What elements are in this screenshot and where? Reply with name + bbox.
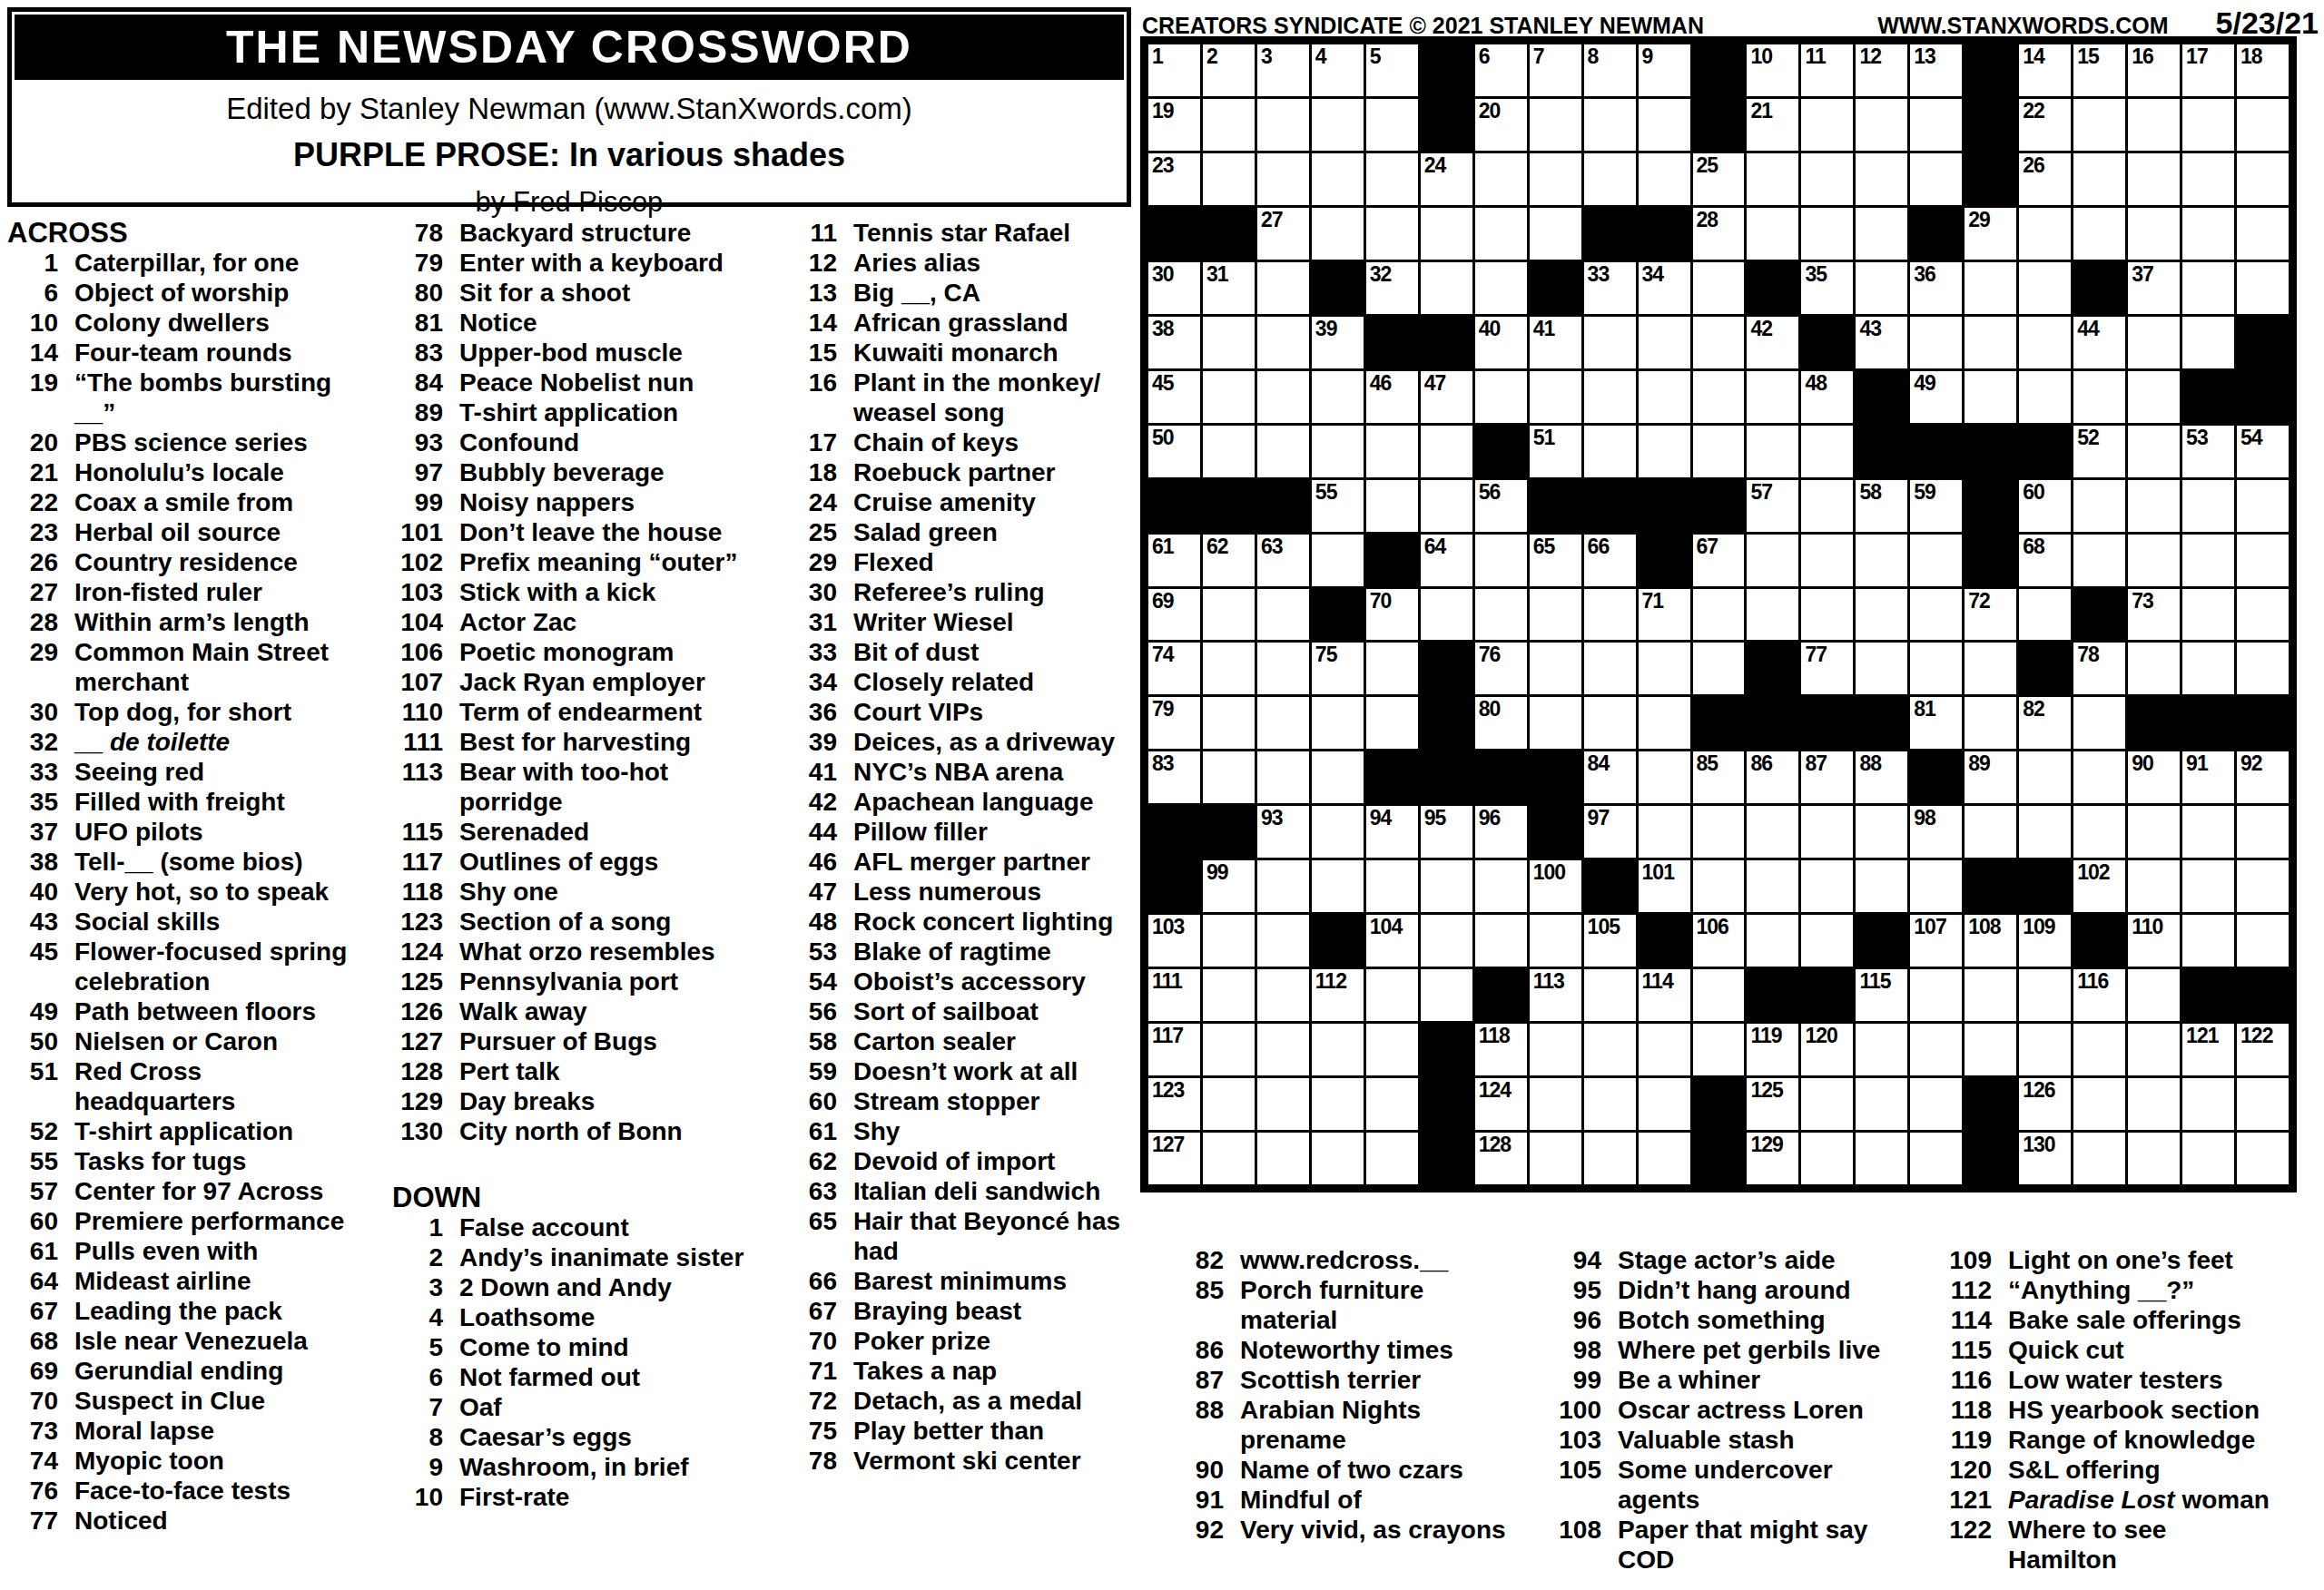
- grid-cell[interactable]: [1584, 589, 1636, 641]
- grid-cell[interactable]: [1801, 806, 1853, 858]
- grid-cell[interactable]: 122: [2237, 1024, 2289, 1075]
- grid-cell[interactable]: 28: [1693, 208, 1745, 260]
- grid-cell[interactable]: [2182, 262, 2234, 314]
- grid-cell[interactable]: [1421, 860, 1472, 912]
- grid-cell[interactable]: 56: [1475, 480, 1527, 532]
- grid-cell[interactable]: 30: [1148, 262, 1200, 314]
- grid-cell[interactable]: [2128, 806, 2180, 858]
- grid-cell[interactable]: 82: [2019, 697, 2071, 749]
- grid-cell[interactable]: [1965, 317, 2016, 368]
- grid-cell[interactable]: [1530, 1133, 1581, 1184]
- grid-cell[interactable]: 74: [1148, 643, 1200, 694]
- grid-cell[interactable]: 119: [1747, 1024, 1798, 1075]
- grid-cell[interactable]: 58: [1856, 480, 1907, 532]
- grid-cell[interactable]: 83: [1148, 751, 1200, 803]
- grid-cell[interactable]: [1856, 99, 1907, 151]
- grid-cell[interactable]: [1366, 969, 1418, 1021]
- grid-cell[interactable]: [1639, 806, 1690, 858]
- grid-cell[interactable]: [1203, 371, 1255, 423]
- grid-cell[interactable]: 47: [1421, 371, 1472, 423]
- grid-cell[interactable]: [1747, 806, 1798, 858]
- grid-cell[interactable]: [2019, 806, 2071, 858]
- grid-cell[interactable]: 21: [1747, 99, 1798, 151]
- grid-cell[interactable]: [1475, 153, 1527, 205]
- grid-cell[interactable]: [2019, 317, 2071, 368]
- grid-cell[interactable]: [2237, 535, 2289, 586]
- grid-cell[interactable]: [1203, 1024, 1255, 1075]
- grid-cell[interactable]: [1856, 1078, 1907, 1130]
- grid-cell[interactable]: [2073, 153, 2125, 205]
- grid-cell[interactable]: [1584, 153, 1636, 205]
- grid-cell[interactable]: [1366, 480, 1418, 532]
- grid-cell[interactable]: [1366, 643, 1418, 694]
- grid-cell[interactable]: [2019, 969, 2071, 1021]
- grid-cell[interactable]: [1257, 915, 1309, 967]
- grid-cell[interactable]: [2182, 153, 2234, 205]
- grid-cell[interactable]: [1257, 860, 1309, 912]
- grid-cell[interactable]: [2182, 806, 2234, 858]
- grid-cell[interactable]: [1856, 806, 1907, 858]
- grid-cell[interactable]: 93: [1257, 806, 1309, 858]
- grid-cell[interactable]: [1475, 535, 1527, 586]
- grid-cell[interactable]: 57: [1747, 480, 1798, 532]
- grid-cell[interactable]: 27: [1257, 208, 1309, 260]
- grid-cell[interactable]: [1856, 1024, 1907, 1075]
- grid-cell[interactable]: [1639, 1133, 1690, 1184]
- grid-cell[interactable]: [1366, 1078, 1418, 1130]
- grid-cell[interactable]: 64: [1421, 535, 1472, 586]
- grid-cell[interactable]: 7: [1530, 44, 1581, 96]
- grid-cell[interactable]: [1693, 317, 1745, 368]
- grid-cell[interactable]: [1910, 1133, 1962, 1184]
- grid-cell[interactable]: 67: [1693, 535, 1745, 586]
- grid-cell[interactable]: [1747, 535, 1798, 586]
- grid-cell[interactable]: [1584, 643, 1636, 694]
- grid-cell[interactable]: [1747, 860, 1798, 912]
- grid-cell[interactable]: 94: [1366, 806, 1418, 858]
- grid-cell[interactable]: [2073, 535, 2125, 586]
- grid-cell[interactable]: 24: [1421, 153, 1472, 205]
- grid-cell[interactable]: [2073, 1024, 2125, 1075]
- grid-cell[interactable]: [1366, 697, 1418, 749]
- grid-cell[interactable]: [1257, 969, 1309, 1021]
- grid-cell[interactable]: [2128, 1078, 2180, 1130]
- grid-cell[interactable]: 117: [1148, 1024, 1200, 1075]
- grid-cell[interactable]: [2182, 589, 2234, 641]
- grid-cell[interactable]: [1203, 99, 1255, 151]
- grid-cell[interactable]: 15: [2073, 44, 2125, 96]
- grid-cell[interactable]: [1965, 262, 2016, 314]
- grid-cell[interactable]: [1856, 589, 1907, 641]
- grid-cell[interactable]: [1312, 697, 1364, 749]
- grid-cell[interactable]: [1530, 371, 1581, 423]
- grid-cell[interactable]: [1257, 426, 1309, 477]
- grid-cell[interactable]: [1366, 99, 1418, 151]
- grid-cell[interactable]: [1203, 751, 1255, 803]
- grid-cell[interactable]: [1801, 535, 1853, 586]
- grid-cell[interactable]: 102: [2073, 860, 2125, 912]
- grid-cell[interactable]: 37: [2128, 262, 2180, 314]
- grid-cell[interactable]: [1856, 860, 1907, 912]
- grid-cell[interactable]: [1910, 317, 1962, 368]
- grid-cell[interactable]: [1639, 1024, 1690, 1075]
- grid-cell[interactable]: 65: [1530, 535, 1581, 586]
- grid-cell[interactable]: 84: [1584, 751, 1636, 803]
- grid-cell[interactable]: [1203, 589, 1255, 641]
- grid-cell[interactable]: 113: [1530, 969, 1581, 1021]
- grid-cell[interactable]: [1312, 371, 1364, 423]
- grid-cell[interactable]: 116: [2073, 969, 2125, 1021]
- grid-cell[interactable]: [1856, 1133, 1907, 1184]
- grid-cell[interactable]: 44: [2073, 317, 2125, 368]
- grid-cell[interactable]: [1366, 860, 1418, 912]
- grid-cell[interactable]: [1965, 969, 2016, 1021]
- grid-cell[interactable]: 87: [1801, 751, 1853, 803]
- grid-cell[interactable]: [1801, 1133, 1853, 1184]
- grid-cell[interactable]: [1530, 589, 1581, 641]
- grid-cell[interactable]: [1475, 589, 1527, 641]
- grid-cell[interactable]: 90: [2128, 751, 2180, 803]
- grid-cell[interactable]: 22: [2019, 99, 2071, 151]
- grid-cell[interactable]: [1584, 99, 1636, 151]
- grid-cell[interactable]: 89: [1965, 751, 2016, 803]
- grid-cell[interactable]: [1801, 589, 1853, 641]
- grid-cell[interactable]: [2128, 426, 2180, 477]
- grid-cell[interactable]: 111: [1148, 969, 1200, 1021]
- grid-cell[interactable]: [1639, 153, 1690, 205]
- grid-cell[interactable]: 1: [1148, 44, 1200, 96]
- grid-cell[interactable]: [2128, 317, 2180, 368]
- grid-cell[interactable]: [1421, 208, 1472, 260]
- grid-cell[interactable]: [1965, 1024, 2016, 1075]
- grid-cell[interactable]: [1203, 969, 1255, 1021]
- grid-cell[interactable]: [1312, 860, 1364, 912]
- grid-cell[interactable]: 52: [2073, 426, 2125, 477]
- grid-cell[interactable]: [2128, 99, 2180, 151]
- grid-cell[interactable]: 32: [1366, 262, 1418, 314]
- grid-cell[interactable]: 121: [2182, 1024, 2234, 1075]
- grid-cell[interactable]: [2182, 1078, 2234, 1130]
- grid-cell[interactable]: [2237, 643, 2289, 694]
- grid-cell[interactable]: [2128, 208, 2180, 260]
- grid-cell[interactable]: 31: [1203, 262, 1255, 314]
- grid-cell[interactable]: 106: [1693, 915, 1745, 967]
- grid-cell[interactable]: [1801, 860, 1853, 912]
- grid-cell[interactable]: 34: [1639, 262, 1690, 314]
- grid-cell[interactable]: 97: [1584, 806, 1636, 858]
- grid-cell[interactable]: 33: [1584, 262, 1636, 314]
- grid-cell[interactable]: [1801, 153, 1853, 205]
- grid-cell[interactable]: [1910, 860, 1962, 912]
- grid-cell[interactable]: [1312, 751, 1364, 803]
- grid-cell[interactable]: 26: [2019, 153, 2071, 205]
- grid-cell[interactable]: 101: [1639, 860, 1690, 912]
- grid-cell[interactable]: [1910, 1024, 1962, 1075]
- grid-cell[interactable]: [2073, 371, 2125, 423]
- grid-cell[interactable]: [1693, 806, 1745, 858]
- grid-cell[interactable]: 6: [1475, 44, 1527, 96]
- grid-cell[interactable]: 14: [2019, 44, 2071, 96]
- grid-cell[interactable]: [2237, 1133, 2289, 1184]
- grid-cell[interactable]: 125: [1747, 1078, 1798, 1130]
- grid-cell[interactable]: [1747, 153, 1798, 205]
- grid-cell[interactable]: [2073, 1078, 2125, 1130]
- grid-cell[interactable]: 20: [1475, 99, 1527, 151]
- grid-cell[interactable]: [1421, 426, 1472, 477]
- grid-cell[interactable]: [1257, 317, 1309, 368]
- grid-cell[interactable]: 8: [1584, 44, 1636, 96]
- grid-cell[interactable]: [1965, 806, 2016, 858]
- grid-cell[interactable]: [1910, 1078, 1962, 1130]
- grid-cell[interactable]: [2237, 153, 2289, 205]
- grid-cell[interactable]: [2073, 480, 2125, 532]
- grid-cell[interactable]: [1910, 643, 1962, 694]
- grid-cell[interactable]: [1856, 208, 1907, 260]
- grid-cell[interactable]: [1584, 1078, 1636, 1130]
- grid-cell[interactable]: 95: [1421, 806, 1472, 858]
- grid-cell[interactable]: [2182, 860, 2234, 912]
- grid-cell[interactable]: [2182, 535, 2234, 586]
- grid-cell[interactable]: [2182, 480, 2234, 532]
- grid-cell[interactable]: [2128, 643, 2180, 694]
- grid-cell[interactable]: 38: [1148, 317, 1200, 368]
- grid-cell[interactable]: [1693, 643, 1745, 694]
- grid-cell[interactable]: [1257, 99, 1309, 151]
- grid-cell[interactable]: 73: [2128, 589, 2180, 641]
- grid-cell[interactable]: 53: [2182, 426, 2234, 477]
- grid-cell[interactable]: [1530, 1024, 1581, 1075]
- grid-cell[interactable]: [2019, 262, 2071, 314]
- grid-cell[interactable]: 48: [1801, 371, 1853, 423]
- grid-cell[interactable]: [1366, 208, 1418, 260]
- grid-cell[interactable]: 103: [1148, 915, 1200, 967]
- grid-cell[interactable]: [1312, 153, 1364, 205]
- grid-cell[interactable]: 110: [2128, 915, 2180, 967]
- grid-cell[interactable]: [1257, 1133, 1309, 1184]
- grid-cell[interactable]: [1747, 426, 1798, 477]
- grid-cell[interactable]: 98: [1910, 806, 1962, 858]
- grid-cell[interactable]: [1801, 208, 1853, 260]
- grid-cell[interactable]: 120: [1801, 1024, 1853, 1075]
- grid-cell[interactable]: [1421, 969, 1472, 1021]
- grid-cell[interactable]: 41: [1530, 317, 1581, 368]
- grid-cell[interactable]: [2128, 1133, 2180, 1184]
- grid-cell[interactable]: [1203, 426, 1255, 477]
- grid-cell[interactable]: 126: [2019, 1078, 2071, 1130]
- grid-cell[interactable]: [2182, 643, 2234, 694]
- grid-cell[interactable]: [1801, 1078, 1853, 1130]
- grid-cell[interactable]: [2073, 99, 2125, 151]
- grid-cell[interactable]: [1475, 915, 1527, 967]
- grid-cell[interactable]: [1203, 153, 1255, 205]
- grid-cell[interactable]: [1584, 969, 1636, 1021]
- grid-cell[interactable]: [1312, 806, 1364, 858]
- grid-cell[interactable]: 62: [1203, 535, 1255, 586]
- grid-cell[interactable]: [2019, 751, 2071, 803]
- grid-cell[interactable]: 46: [1366, 371, 1418, 423]
- grid-cell[interactable]: [1312, 1078, 1364, 1130]
- grid-cell[interactable]: [1965, 697, 2016, 749]
- grid-cell[interactable]: 96: [1475, 806, 1527, 858]
- grid-cell[interactable]: 39: [1312, 317, 1364, 368]
- grid-cell[interactable]: 104: [1366, 915, 1418, 967]
- grid-cell[interactable]: [1366, 1024, 1418, 1075]
- grid-cell[interactable]: [2128, 1024, 2180, 1075]
- grid-cell[interactable]: [1747, 589, 1798, 641]
- grid-cell[interactable]: 4: [1312, 44, 1364, 96]
- grid-cell[interactable]: [1257, 1078, 1309, 1130]
- grid-cell[interactable]: [2182, 317, 2234, 368]
- grid-cell[interactable]: 75: [1312, 643, 1364, 694]
- grid-cell[interactable]: 50: [1148, 426, 1200, 477]
- grid-cell[interactable]: 12: [1856, 44, 1907, 96]
- grid-cell[interactable]: [1530, 915, 1581, 967]
- grid-cell[interactable]: [1639, 426, 1690, 477]
- grid-cell[interactable]: 54: [2237, 426, 2289, 477]
- grid-cell[interactable]: [1910, 153, 1962, 205]
- grid-cell[interactable]: [1257, 697, 1309, 749]
- grid-cell[interactable]: 124: [1475, 1078, 1527, 1130]
- grid-cell[interactable]: [2237, 915, 2289, 967]
- grid-cell[interactable]: 66: [1584, 535, 1636, 586]
- grid-cell[interactable]: [1421, 480, 1472, 532]
- grid-cell[interactable]: 100: [1530, 860, 1581, 912]
- grid-cell[interactable]: [1801, 915, 1853, 967]
- grid-cell[interactable]: [1530, 1078, 1581, 1130]
- grid-cell[interactable]: [2073, 697, 2125, 749]
- grid-cell[interactable]: [2182, 915, 2234, 967]
- grid-cell[interactable]: [1910, 99, 1962, 151]
- grid-cell[interactable]: 10: [1747, 44, 1798, 96]
- grid-cell[interactable]: 77: [1801, 643, 1853, 694]
- grid-cell[interactable]: [1856, 643, 1907, 694]
- grid-cell[interactable]: [2237, 806, 2289, 858]
- grid-cell[interactable]: 55: [1312, 480, 1364, 532]
- grid-cell[interactable]: [1584, 371, 1636, 423]
- grid-cell[interactable]: [1257, 643, 1309, 694]
- grid-cell[interactable]: [2073, 806, 2125, 858]
- grid-cell[interactable]: 68: [2019, 535, 2071, 586]
- grid-cell[interactable]: [1639, 317, 1690, 368]
- grid-cell[interactable]: [1421, 589, 1472, 641]
- grid-cell[interactable]: [1801, 99, 1853, 151]
- grid-cell[interactable]: 70: [1366, 589, 1418, 641]
- grid-cell[interactable]: [1693, 426, 1745, 477]
- grid-cell[interactable]: [1910, 589, 1962, 641]
- grid-cell[interactable]: [1584, 426, 1636, 477]
- grid-cell[interactable]: [1530, 153, 1581, 205]
- grid-cell[interactable]: [1203, 915, 1255, 967]
- grid-cell[interactable]: [1366, 153, 1418, 205]
- grid-cell[interactable]: 114: [1639, 969, 1690, 1021]
- grid-cell[interactable]: 123: [1148, 1078, 1200, 1130]
- grid-cell[interactable]: [2237, 480, 2289, 532]
- grid-cell[interactable]: 112: [1312, 969, 1364, 1021]
- grid-cell[interactable]: [2237, 860, 2289, 912]
- grid-cell[interactable]: [1584, 317, 1636, 368]
- grid-cell[interactable]: 129: [1747, 1133, 1798, 1184]
- grid-cell[interactable]: [1257, 371, 1309, 423]
- grid-cell[interactable]: [1856, 153, 1907, 205]
- grid-cell[interactable]: [1639, 697, 1690, 749]
- grid-cell[interactable]: [1312, 208, 1364, 260]
- grid-cell[interactable]: 81: [1910, 697, 1962, 749]
- grid-cell[interactable]: [1312, 1024, 1364, 1075]
- grid-cell[interactable]: [1530, 643, 1581, 694]
- grid-cell[interactable]: 5: [1366, 44, 1418, 96]
- grid-cell[interactable]: [1203, 643, 1255, 694]
- grid-cell[interactable]: [2182, 208, 2234, 260]
- grid-cell[interactable]: [1584, 1133, 1636, 1184]
- grid-cell[interactable]: [1965, 371, 2016, 423]
- grid-cell[interactable]: 69: [1148, 589, 1200, 641]
- grid-cell[interactable]: [1203, 697, 1255, 749]
- grid-cell[interactable]: 63: [1257, 535, 1309, 586]
- grid-cell[interactable]: 18: [2237, 44, 2289, 96]
- grid-cell[interactable]: [2019, 208, 2071, 260]
- grid-cell[interactable]: [1693, 589, 1745, 641]
- grid-cell[interactable]: 109: [2019, 915, 2071, 967]
- grid-cell[interactable]: [1257, 589, 1309, 641]
- grid-cell[interactable]: [2128, 371, 2180, 423]
- grid-cell[interactable]: 35: [1801, 262, 1853, 314]
- grid-cell[interactable]: 127: [1148, 1133, 1200, 1184]
- grid-cell[interactable]: 108: [1965, 915, 2016, 967]
- grid-cell[interactable]: 2: [1203, 44, 1255, 96]
- grid-cell[interactable]: [1801, 426, 1853, 477]
- grid-cell[interactable]: 128: [1475, 1133, 1527, 1184]
- grid-cell[interactable]: 92: [2237, 751, 2289, 803]
- grid-cell[interactable]: 23: [1148, 153, 1200, 205]
- grid-cell[interactable]: 59: [1910, 480, 1962, 532]
- grid-cell[interactable]: [1257, 153, 1309, 205]
- grid-cell[interactable]: 79: [1148, 697, 1200, 749]
- grid-cell[interactable]: 17: [2182, 44, 2234, 96]
- grid-cell[interactable]: [2073, 751, 2125, 803]
- grid-cell[interactable]: [1856, 262, 1907, 314]
- grid-cell[interactable]: [1639, 643, 1690, 694]
- grid-cell[interactable]: [1693, 371, 1745, 423]
- grid-cell[interactable]: 51: [1530, 426, 1581, 477]
- grid-cell[interactable]: [2237, 1078, 2289, 1130]
- grid-cell[interactable]: 29: [1965, 208, 2016, 260]
- grid-cell[interactable]: [1639, 99, 1690, 151]
- grid-cell[interactable]: [2237, 262, 2289, 314]
- grid-cell[interactable]: [2182, 1133, 2234, 1184]
- grid-cell[interactable]: [1910, 969, 1962, 1021]
- grid-cell[interactable]: [1530, 208, 1581, 260]
- grid-cell[interactable]: [1910, 535, 1962, 586]
- grid-cell[interactable]: 76: [1475, 643, 1527, 694]
- grid-cell[interactable]: [2019, 589, 2071, 641]
- grid-cell[interactable]: [2182, 99, 2234, 151]
- grid-cell[interactable]: 72: [1965, 589, 2016, 641]
- grid-cell[interactable]: [1366, 426, 1418, 477]
- grid-cell[interactable]: [1257, 262, 1309, 314]
- grid-cell[interactable]: 25: [1693, 153, 1745, 205]
- grid-cell[interactable]: [1530, 99, 1581, 151]
- grid-cell[interactable]: 43: [1856, 317, 1907, 368]
- grid-cell[interactable]: [1530, 697, 1581, 749]
- grid-cell[interactable]: 86: [1747, 751, 1798, 803]
- grid-cell[interactable]: 85: [1693, 751, 1745, 803]
- grid-cell[interactable]: [1693, 969, 1745, 1021]
- grid-cell[interactable]: 107: [1910, 915, 1962, 967]
- grid-cell[interactable]: [1693, 1024, 1745, 1075]
- grid-cell[interactable]: [2073, 208, 2125, 260]
- grid-cell[interactable]: [2019, 371, 2071, 423]
- grid-cell[interactable]: [1312, 99, 1364, 151]
